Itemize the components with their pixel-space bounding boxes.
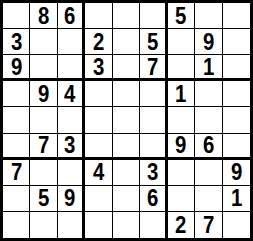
- cell-r2c7[interactable]: [168, 29, 195, 55]
- given-digit: 9: [11, 55, 22, 79]
- cell-r2c2[interactable]: [30, 29, 57, 55]
- cell-r7c7[interactable]: [168, 160, 195, 186]
- cell-r9c2[interactable]: [30, 212, 57, 238]
- cell-r1c1[interactable]: [3, 3, 30, 29]
- given-digit: 2: [93, 30, 104, 54]
- given-digit: 7: [203, 213, 214, 237]
- cell-r2c4[interactable]: 2: [85, 29, 112, 55]
- cell-r7c1[interactable]: 7: [3, 160, 30, 186]
- cell-r1c8[interactable]: [195, 3, 222, 29]
- given-digit: 6: [203, 134, 214, 158]
- cell-r2c1[interactable]: 3: [3, 29, 30, 55]
- cell-r4c2[interactable]: 9: [30, 81, 57, 107]
- given-digit: 9: [175, 134, 186, 158]
- given-digit: 6: [64, 4, 75, 28]
- given-digit: 4: [93, 160, 104, 184]
- given-digit: 8: [38, 4, 49, 28]
- given-digit: 9: [231, 160, 242, 184]
- cell-r6c5[interactable]: [113, 134, 140, 160]
- cell-r6c1[interactable]: [3, 134, 30, 160]
- cell-r5c4[interactable]: [85, 107, 112, 133]
- cell-r8c4[interactable]: [85, 186, 112, 212]
- cell-r7c5[interactable]: [113, 160, 140, 186]
- given-digit: 3: [64, 134, 75, 158]
- given-digit: 5: [38, 186, 49, 210]
- sudoku-puzzle: 8653259937194173967439596127: [0, 0, 253, 241]
- cell-r8c9[interactable]: 1: [223, 186, 250, 212]
- given-digit: 9: [203, 30, 214, 54]
- cell-r5c7[interactable]: [168, 107, 195, 133]
- cell-r6c2[interactable]: 7: [30, 134, 57, 160]
- cell-r4c8[interactable]: [195, 81, 222, 107]
- cell-r9c9[interactable]: [223, 212, 250, 238]
- cell-r2c8[interactable]: 9: [195, 29, 222, 55]
- cell-r2c9[interactable]: [223, 29, 250, 55]
- cell-r7c8[interactable]: [195, 160, 222, 186]
- cell-r7c9[interactable]: 9: [223, 160, 250, 186]
- cell-r5c1[interactable]: [3, 107, 30, 133]
- given-digit: 1: [231, 186, 242, 210]
- cell-r8c7[interactable]: [168, 186, 195, 212]
- cell-r2c6[interactable]: 5: [140, 29, 167, 55]
- cell-r6c4[interactable]: [85, 134, 112, 160]
- cell-r1c6[interactable]: [140, 3, 167, 29]
- cell-r4c1[interactable]: [3, 81, 30, 107]
- cell-r4c3[interactable]: 4: [58, 81, 85, 107]
- cell-r4c6[interactable]: [140, 81, 167, 107]
- cell-r5c5[interactable]: [113, 107, 140, 133]
- cell-r5c2[interactable]: [30, 107, 57, 133]
- cell-r7c4[interactable]: 4: [85, 160, 112, 186]
- cell-r8c3[interactable]: 9: [58, 186, 85, 212]
- cell-r3c1[interactable]: 9: [3, 55, 30, 81]
- cell-r6c8[interactable]: 6: [195, 134, 222, 160]
- given-digit: 1: [203, 55, 214, 79]
- cell-r8c1[interactable]: [3, 186, 30, 212]
- cell-r3c6[interactable]: 7: [140, 55, 167, 81]
- cell-r3c8[interactable]: 1: [195, 55, 222, 81]
- cell-r1c3[interactable]: 6: [58, 3, 85, 29]
- cell-r9c8[interactable]: 7: [195, 212, 222, 238]
- cell-r3c5[interactable]: [113, 55, 140, 81]
- cell-r4c4[interactable]: [85, 81, 112, 107]
- cell-r9c1[interactable]: [3, 212, 30, 238]
- cell-r1c5[interactable]: [113, 3, 140, 29]
- cell-r5c8[interactable]: [195, 107, 222, 133]
- given-digit: 9: [64, 186, 75, 210]
- cell-r6c7[interactable]: 9: [168, 134, 195, 160]
- cell-r3c9[interactable]: [223, 55, 250, 81]
- given-digit: 7: [11, 160, 22, 184]
- cell-r8c5[interactable]: [113, 186, 140, 212]
- given-digit: 7: [38, 134, 49, 158]
- cell-r3c7[interactable]: [168, 55, 195, 81]
- given-digit: 3: [93, 55, 104, 79]
- cell-r7c6[interactable]: 3: [140, 160, 167, 186]
- cell-r1c7[interactable]: 5: [168, 3, 195, 29]
- given-digit: 9: [38, 82, 49, 106]
- cell-r4c5[interactable]: [113, 81, 140, 107]
- cell-r9c5[interactable]: [113, 212, 140, 238]
- cell-r6c3[interactable]: 3: [58, 134, 85, 160]
- cell-r9c3[interactable]: [58, 212, 85, 238]
- cell-r3c3[interactable]: [58, 55, 85, 81]
- cell-r7c2[interactable]: [30, 160, 57, 186]
- cell-r6c6[interactable]: [140, 134, 167, 160]
- given-digit: 3: [147, 160, 158, 184]
- cell-r7c3[interactable]: [58, 160, 85, 186]
- given-digit: 2: [175, 213, 186, 237]
- cell-r2c5[interactable]: [113, 29, 140, 55]
- cell-r4c9[interactable]: [223, 81, 250, 107]
- given-digit: 1: [175, 82, 186, 106]
- cell-r8c6[interactable]: 6: [140, 186, 167, 212]
- cell-r2c3[interactable]: [58, 29, 85, 55]
- cell-r9c4[interactable]: [85, 212, 112, 238]
- given-digit: 5: [147, 30, 158, 54]
- cell-r1c2[interactable]: 8: [30, 3, 57, 29]
- cell-r5c3[interactable]: [58, 107, 85, 133]
- cell-r9c7[interactable]: 2: [168, 212, 195, 238]
- cell-r5c9[interactable]: [223, 107, 250, 133]
- cell-r8c8[interactable]: [195, 186, 222, 212]
- cell-r4c7[interactable]: 1: [168, 81, 195, 107]
- given-digit: 4: [64, 82, 75, 106]
- cell-r9c6[interactable]: [140, 212, 167, 238]
- given-digit: 6: [147, 186, 158, 210]
- cell-r8c2[interactable]: 5: [30, 186, 57, 212]
- given-digit: 7: [147, 55, 158, 79]
- cell-r3c4[interactable]: 3: [85, 55, 112, 81]
- given-digit: 5: [175, 4, 186, 28]
- cell-r1c4[interactable]: [85, 3, 112, 29]
- cell-r6c9[interactable]: [223, 134, 250, 160]
- cell-r1c9[interactable]: [223, 3, 250, 29]
- sudoku-board: 8653259937194173967439596127: [0, 0, 253, 241]
- cell-r3c2[interactable]: [30, 55, 57, 81]
- given-digit: 3: [11, 30, 22, 54]
- cell-r5c6[interactable]: [140, 107, 167, 133]
